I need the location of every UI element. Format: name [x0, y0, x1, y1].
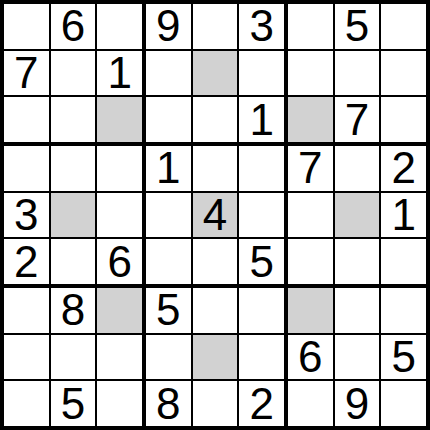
cell-r5c8[interactable] [335, 193, 380, 238]
cell-r3c3[interactable] [97, 97, 142, 142]
cell-r4c4[interactable]: 1 [146, 146, 191, 191]
cell-r9c3[interactable] [97, 381, 142, 426]
cell-r8c3[interactable] [97, 335, 142, 380]
cell-r9c6[interactable]: 2 [239, 381, 284, 426]
cell-r4c8[interactable] [335, 146, 380, 191]
box-r3c1: 85 [4, 288, 142, 426]
cell-r1c2[interactable]: 6 [51, 4, 96, 49]
cell-r7c9[interactable] [381, 288, 426, 333]
cell-r7c6[interactable] [239, 288, 284, 333]
cell-r2c5[interactable] [193, 51, 238, 96]
cell-r1c6[interactable]: 3 [239, 4, 284, 49]
cell-r7c5[interactable] [193, 288, 238, 333]
cell-r5c4[interactable] [146, 193, 191, 238]
cell-r6c4[interactable] [146, 239, 191, 284]
cell-r1c3[interactable] [97, 4, 142, 49]
box-r1c1: 671 [4, 4, 142, 142]
cell-r7c3[interactable] [97, 288, 142, 333]
cell-r2c7[interactable] [288, 51, 333, 96]
cell-r4c5[interactable] [193, 146, 238, 191]
cell-r7c8[interactable] [335, 288, 380, 333]
cell-r3c8[interactable]: 7 [335, 97, 380, 142]
cell-r3c4[interactable] [146, 97, 191, 142]
cell-r9c2[interactable]: 5 [51, 381, 96, 426]
cell-r5c3[interactable] [97, 193, 142, 238]
box-r2c1: 326 [4, 146, 142, 284]
box-r3c2: 582 [146, 288, 284, 426]
cell-r4c1[interactable] [4, 146, 49, 191]
cell-r2c4[interactable] [146, 51, 191, 96]
cell-r8c2[interactable] [51, 335, 96, 380]
cell-r9c1[interactable] [4, 381, 49, 426]
cell-r9c5[interactable] [193, 381, 238, 426]
cell-r2c8[interactable] [335, 51, 380, 96]
cell-r6c5[interactable] [193, 239, 238, 284]
cell-r4c9[interactable]: 2 [381, 146, 426, 191]
cell-r1c1[interactable] [4, 4, 49, 49]
cell-r2c1[interactable]: 7 [4, 51, 49, 96]
cell-r9c7[interactable] [288, 381, 333, 426]
cell-r7c1[interactable] [4, 288, 49, 333]
cell-r3c5[interactable] [193, 97, 238, 142]
box-r1c2: 931 [146, 4, 284, 142]
cell-r9c9[interactable] [381, 381, 426, 426]
cell-r5c9[interactable]: 1 [381, 193, 426, 238]
cell-r1c4[interactable]: 9 [146, 4, 191, 49]
cell-r2c9[interactable] [381, 51, 426, 96]
cell-r6c1[interactable]: 2 [4, 239, 49, 284]
cell-r3c7[interactable] [288, 97, 333, 142]
cell-r9c8[interactable]: 9 [335, 381, 380, 426]
sudoku-board: 6719315732614572185582659 [0, 0, 430, 430]
cell-r5c1[interactable]: 3 [4, 193, 49, 238]
cell-r4c2[interactable] [51, 146, 96, 191]
cell-r7c7[interactable] [288, 288, 333, 333]
cell-r6c6[interactable]: 5 [239, 239, 284, 284]
cell-r3c9[interactable] [381, 97, 426, 142]
cell-r3c1[interactable] [4, 97, 49, 142]
cell-r6c3[interactable]: 6 [97, 239, 142, 284]
box-r3c3: 659 [288, 288, 426, 426]
cell-r5c6[interactable] [239, 193, 284, 238]
cell-r5c2[interactable] [51, 193, 96, 238]
cell-r8c4[interactable] [146, 335, 191, 380]
cell-r6c8[interactable] [335, 239, 380, 284]
cell-r6c9[interactable] [381, 239, 426, 284]
cell-r1c7[interactable] [288, 4, 333, 49]
cell-r8c8[interactable] [335, 335, 380, 380]
cell-r4c3[interactable] [97, 146, 142, 191]
cell-r4c6[interactable] [239, 146, 284, 191]
cell-r7c4[interactable]: 5 [146, 288, 191, 333]
box-r2c2: 145 [146, 146, 284, 284]
cell-r8c9[interactable]: 5 [381, 335, 426, 380]
cell-r4c7[interactable]: 7 [288, 146, 333, 191]
cell-r1c9[interactable] [381, 4, 426, 49]
sudoku-puzzle: 6719315732614572185582659 [0, 0, 430, 430]
cell-r1c5[interactable] [193, 4, 238, 49]
cell-r6c7[interactable] [288, 239, 333, 284]
cell-r7c2[interactable]: 8 [51, 288, 96, 333]
box-r2c3: 721 [288, 146, 426, 284]
cell-r2c3[interactable]: 1 [97, 51, 142, 96]
cell-r5c7[interactable] [288, 193, 333, 238]
cell-r8c1[interactable] [4, 335, 49, 380]
cell-r5c5[interactable]: 4 [193, 193, 238, 238]
cell-r6c2[interactable] [51, 239, 96, 284]
cell-r8c7[interactable]: 6 [288, 335, 333, 380]
cell-r8c6[interactable] [239, 335, 284, 380]
box-r1c3: 57 [288, 4, 426, 142]
cell-r8c5[interactable] [193, 335, 238, 380]
cell-r9c4[interactable]: 8 [146, 381, 191, 426]
cell-r3c2[interactable] [51, 97, 96, 142]
cell-r2c2[interactable] [51, 51, 96, 96]
cell-r1c8[interactable]: 5 [335, 4, 380, 49]
cell-r3c6[interactable]: 1 [239, 97, 284, 142]
cell-r2c6[interactable] [239, 51, 284, 96]
